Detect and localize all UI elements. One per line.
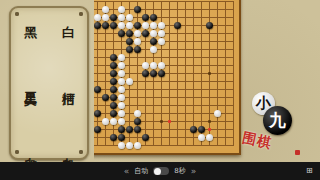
black-stone [110,62,118,70]
white-stone [158,22,166,30]
black-stone [126,126,134,134]
white-stone [198,134,206,142]
black-stone [198,126,206,134]
white-player-rank: 九段 [60,148,77,150]
white-stone [158,38,166,46]
black-stone [134,118,142,126]
black-stone [110,70,118,78]
white-stone [118,22,126,30]
white-stone [150,62,158,70]
white-stone [102,118,110,126]
black-stone [110,78,118,86]
white-stone [118,142,126,150]
black-stone [150,38,158,46]
hoshi-point [208,72,210,74]
black-stone [142,14,150,22]
white-stone [118,94,126,102]
black-stone [206,22,214,30]
app-logo: 小 九 围棋 [240,88,320,168]
scroll-pin-icon [79,150,83,154]
black-stone [190,126,198,134]
auto-play-label: 自动 [134,166,148,176]
white-stone [206,134,214,142]
white-stone [158,30,166,38]
black-color-label: 黑 [21,16,39,17]
playback-toolbar: « 自动 8秒 » [0,162,320,180]
white-stone [118,6,126,14]
white-stone [126,14,134,22]
hoshi-point [208,120,210,122]
black-stone [126,46,134,54]
white-stone [110,118,118,126]
white-stone [94,14,102,22]
black-stone [134,22,142,30]
white-stone [134,30,142,38]
black-stone [174,22,182,30]
white-stone [126,78,134,86]
black-stone [110,134,118,142]
menu-grid-icon[interactable]: ⊞ [306,167,314,175]
white-stone [118,14,126,22]
scroll-pin-icon [15,150,19,154]
black-stone [102,22,110,30]
white-stone [142,62,150,70]
black-player-column: 黑 王星昊 七段 [21,16,39,150]
white-stone [118,102,126,110]
white-stone [102,14,110,22]
white-color-label: 白 [59,16,77,17]
white-stone [134,38,142,46]
auto-play-toggle[interactable] [153,167,169,175]
black-stone [142,30,150,38]
black-stone [126,38,134,46]
black-stone [102,94,110,102]
black-stone [94,86,102,94]
black-stone [110,14,118,22]
board-grid [89,1,234,146]
black-stone [110,110,118,118]
last-move-marker [208,128,211,131]
black-stone [134,126,142,134]
black-stone [134,6,142,14]
white-stone [118,62,126,70]
prev-move-button[interactable]: « [124,167,130,176]
black-stone [94,126,102,134]
black-stone [110,94,118,102]
toggle-knob [154,168,161,175]
black-stone [118,134,126,142]
white-stone [118,78,126,86]
white-stone [118,54,126,62]
scroll-pin-icon [79,12,83,16]
white-stone [118,70,126,78]
white-stone [134,110,142,118]
black-stone [158,70,166,78]
white-stone [126,142,134,150]
black-player-name: 王星昊 [22,81,39,84]
black-player-rank: 七段 [22,148,39,150]
app-screen: 白 柯洁 九段 黑 王星昊 七段 小 九 围棋 « 自动 8秒 » ⊞ [0,0,320,180]
white-stone [134,142,142,150]
white-player-name: 柯洁 [60,82,77,84]
scroll-pin-icon [15,12,19,16]
white-player-column: 白 柯洁 九段 [59,16,77,150]
black-stone [110,86,118,94]
black-stone [110,102,118,110]
black-stone [110,54,118,62]
white-stone [158,62,166,70]
white-stone [102,6,110,14]
black-stone [126,30,134,38]
black-stone [94,22,102,30]
white-stone [126,22,134,30]
black-stone [94,110,102,118]
scroll-graphic: 白 柯洁 九段 黑 王星昊 七段 [9,6,89,160]
white-stone [118,110,126,118]
logo-seal-icon [295,150,300,155]
hoshi-point [160,120,162,122]
logo-black-stone-icon: 九 [263,106,292,135]
black-stone [150,14,158,22]
white-stone [150,22,158,30]
black-stone [110,22,118,30]
go-board[interactable] [84,0,241,155]
next-move-button[interactable]: » [191,167,197,176]
player-info-panel: 白 柯洁 九段 黑 王星昊 七段 [0,0,94,162]
black-stone [134,46,142,54]
last-move-marker [168,120,171,123]
white-stone [150,46,158,54]
white-stone [214,110,222,118]
white-stone [150,30,158,38]
black-stone [118,126,126,134]
white-stone [118,118,126,126]
white-stone [118,86,126,94]
black-stone [118,30,126,38]
white-stone [142,22,150,30]
black-stone [142,70,150,78]
black-stone [142,134,150,142]
interval-label: 8秒 [174,166,185,176]
black-stone [150,70,158,78]
